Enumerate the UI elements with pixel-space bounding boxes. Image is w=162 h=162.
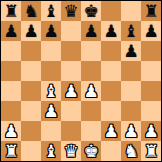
piece-white-pawn[interactable]: ♟ — [83, 81, 98, 101]
piece-white-bishop[interactable]: ♝ — [43, 141, 58, 161]
square-e2[interactable] — [81, 121, 101, 141]
square-a1[interactable]: ♜ — [1, 141, 21, 161]
square-e4[interactable]: ♟ — [81, 81, 101, 101]
square-d4[interactable]: ♟ — [61, 81, 81, 101]
square-g1[interactable]: ♞ — [121, 141, 141, 161]
piece-black-pawn[interactable]: ♟ — [83, 21, 98, 41]
square-g6[interactable]: ♟ — [121, 41, 141, 61]
piece-black-pawn[interactable]: ♟ — [43, 21, 58, 41]
square-d8[interactable]: ♛ — [61, 1, 81, 21]
piece-black-queen[interactable]: ♛ — [63, 1, 78, 21]
piece-white-pawn[interactable]: ♟ — [43, 101, 58, 121]
square-g2[interactable]: ♟ — [121, 121, 141, 141]
square-a4[interactable] — [1, 81, 21, 101]
square-h1[interactable]: ♜ — [141, 141, 161, 161]
square-c5[interactable] — [41, 61, 61, 81]
square-e6[interactable] — [81, 41, 101, 61]
square-h5[interactable] — [141, 61, 161, 81]
square-g8[interactable] — [121, 1, 141, 21]
square-g7[interactable]: ♝ — [121, 21, 141, 41]
square-c3[interactable]: ♟ — [41, 101, 61, 121]
square-a5[interactable] — [1, 61, 21, 81]
square-c7[interactable]: ♟ — [41, 21, 61, 41]
piece-white-king[interactable]: ♚ — [83, 141, 98, 161]
square-f6[interactable] — [101, 41, 121, 61]
square-b1[interactable] — [21, 141, 41, 161]
square-d7[interactable] — [61, 21, 81, 41]
square-h3[interactable] — [141, 101, 161, 121]
square-f5[interactable] — [101, 61, 121, 81]
square-h2[interactable]: ♟ — [141, 121, 161, 141]
square-a8[interactable]: ♜ — [1, 1, 21, 21]
piece-black-king[interactable]: ♚ — [83, 1, 98, 21]
square-e3[interactable] — [81, 101, 101, 121]
square-f2[interactable]: ♟ — [101, 121, 121, 141]
piece-white-pawn[interactable]: ♟ — [63, 81, 78, 101]
square-f7[interactable]: ♟ — [101, 21, 121, 41]
square-c2[interactable] — [41, 121, 61, 141]
square-h4[interactable] — [141, 81, 161, 101]
square-d6[interactable] — [61, 41, 81, 61]
square-f1[interactable] — [101, 141, 121, 161]
piece-black-pawn[interactable]: ♟ — [123, 41, 138, 61]
square-h8[interactable]: ♜ — [141, 1, 161, 21]
square-b7[interactable]: ♟ — [21, 21, 41, 41]
square-b2[interactable] — [21, 121, 41, 141]
piece-white-knight[interactable]: ♞ — [123, 141, 138, 161]
piece-black-bishop[interactable]: ♝ — [123, 21, 138, 41]
square-a7[interactable]: ♟ — [1, 21, 21, 41]
square-e1[interactable]: ♚ — [81, 141, 101, 161]
square-e5[interactable] — [81, 61, 101, 81]
square-h6[interactable] — [141, 41, 161, 61]
square-d3[interactable] — [61, 101, 81, 121]
square-f4[interactable] — [101, 81, 121, 101]
piece-black-pawn[interactable]: ♟ — [3, 21, 18, 41]
piece-white-pawn[interactable]: ♟ — [123, 121, 138, 141]
piece-white-bishop[interactable]: ♝ — [43, 81, 58, 101]
piece-black-pawn[interactable]: ♟ — [23, 21, 38, 41]
square-e8[interactable]: ♚ — [81, 1, 101, 21]
square-c6[interactable] — [41, 41, 61, 61]
piece-black-rook[interactable]: ♜ — [143, 1, 158, 21]
piece-white-pawn[interactable]: ♟ — [143, 121, 158, 141]
square-g5[interactable] — [121, 61, 141, 81]
piece-white-queen[interactable]: ♛ — [63, 141, 78, 161]
square-d1[interactable]: ♛ — [61, 141, 81, 161]
square-e7[interactable]: ♟ — [81, 21, 101, 41]
piece-white-rook[interactable]: ♜ — [3, 141, 18, 161]
square-b6[interactable] — [21, 41, 41, 61]
square-a2[interactable]: ♟ — [1, 121, 21, 141]
piece-black-pawn[interactable]: ♟ — [143, 21, 158, 41]
square-b5[interactable] — [21, 61, 41, 81]
square-f3[interactable] — [101, 101, 121, 121]
piece-white-rook[interactable]: ♜ — [143, 141, 158, 161]
piece-white-pawn[interactable]: ♟ — [103, 121, 118, 141]
chess-board: ♜♞♝♛♚♜♟♟♟♟♟♝♟♟♝♟♟♟♟♟♟♟♜♝♛♚♞♜ — [0, 0, 162, 162]
square-b3[interactable] — [21, 101, 41, 121]
square-g4[interactable] — [121, 81, 141, 101]
piece-black-bishop[interactable]: ♝ — [43, 1, 58, 21]
square-b8[interactable]: ♞ — [21, 1, 41, 21]
square-g3[interactable] — [121, 101, 141, 121]
square-a6[interactable] — [1, 41, 21, 61]
square-b4[interactable] — [21, 81, 41, 101]
square-f8[interactable] — [101, 1, 121, 21]
piece-black-rook[interactable]: ♜ — [3, 1, 18, 21]
square-h7[interactable]: ♟ — [141, 21, 161, 41]
square-d5[interactable] — [61, 61, 81, 81]
piece-black-knight[interactable]: ♞ — [23, 1, 38, 21]
square-a3[interactable] — [1, 101, 21, 121]
piece-white-pawn[interactable]: ♟ — [3, 121, 18, 141]
square-c1[interactable]: ♝ — [41, 141, 61, 161]
piece-black-pawn[interactable]: ♟ — [103, 21, 118, 41]
square-c4[interactable]: ♝ — [41, 81, 61, 101]
square-d2[interactable] — [61, 121, 81, 141]
square-c8[interactable]: ♝ — [41, 1, 61, 21]
